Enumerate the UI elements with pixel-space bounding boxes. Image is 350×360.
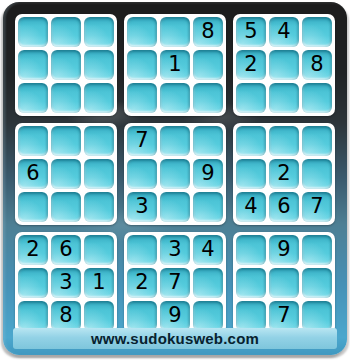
cell-r9c1[interactable] [18, 301, 48, 331]
cell-r7c8[interactable]: 9 [269, 235, 299, 265]
cell-r2c3[interactable] [84, 50, 114, 80]
cell-r3c5[interactable] [160, 83, 190, 113]
cell-digit: 2 [26, 239, 39, 260]
footer-band: www.sudokusweb.com [13, 328, 337, 349]
cell-r9c8[interactable]: 7 [269, 301, 299, 331]
cell-r1c5[interactable] [160, 17, 190, 47]
block-r1c1 [15, 14, 117, 116]
block-r2c3: 2467 [233, 123, 335, 225]
cell-digit: 3 [135, 196, 148, 217]
cell-r9c7[interactable] [236, 301, 266, 331]
cell-digit: 9 [201, 163, 214, 184]
cell-r1c7[interactable]: 5 [236, 17, 266, 47]
cell-r8c5[interactable]: 7 [160, 268, 190, 298]
cell-digit: 8 [201, 21, 214, 42]
cell-digit: 7 [277, 305, 290, 326]
cell-r7c1[interactable]: 2 [18, 235, 48, 265]
cell-r1c8[interactable]: 4 [269, 17, 299, 47]
cell-digit: 5 [244, 21, 257, 42]
cell-digit: 2 [135, 272, 148, 293]
cell-r8c7[interactable] [236, 268, 266, 298]
cell-r5c4[interactable] [127, 159, 157, 189]
cell-r7c6[interactable]: 4 [193, 235, 223, 265]
cell-digit: 6 [59, 239, 72, 260]
cell-r5c6[interactable]: 9 [193, 159, 223, 189]
cell-r4c4[interactable]: 7 [127, 126, 157, 156]
cell-r5c7[interactable] [236, 159, 266, 189]
block-r2c1: 6 [15, 123, 117, 225]
cell-r9c5[interactable]: 9 [160, 301, 190, 331]
cell-digit: 4 [277, 21, 290, 42]
cell-r5c1[interactable]: 6 [18, 159, 48, 189]
cell-r2c8[interactable] [269, 50, 299, 80]
cell-r3c2[interactable] [51, 83, 81, 113]
cell-r1c2[interactable] [51, 17, 81, 47]
cell-r9c3[interactable] [84, 301, 114, 331]
cell-digit: 4 [201, 239, 214, 260]
block-r2c2: 793 [124, 123, 226, 225]
cell-digit: 2 [244, 54, 257, 75]
cell-r4c9[interactable] [302, 126, 332, 156]
cell-r3c1[interactable] [18, 83, 48, 113]
cell-r7c4[interactable] [127, 235, 157, 265]
cell-r2c6[interactable] [193, 50, 223, 80]
cell-r4c2[interactable] [51, 126, 81, 156]
cell-r8c6[interactable] [193, 268, 223, 298]
cell-r2c7[interactable]: 2 [236, 50, 266, 80]
cell-r9c4[interactable] [127, 301, 157, 331]
cell-digit: 6 [277, 196, 290, 217]
cell-r6c3[interactable] [84, 192, 114, 222]
cell-r2c1[interactable] [18, 50, 48, 80]
cell-r5c3[interactable] [84, 159, 114, 189]
block-r3c1: 26318 [15, 232, 117, 334]
cell-r5c8[interactable]: 2 [269, 159, 299, 189]
cell-digit: 4 [244, 196, 257, 217]
cell-r4c3[interactable] [84, 126, 114, 156]
cell-r9c2[interactable]: 8 [51, 301, 81, 331]
cell-digit: 1 [168, 54, 181, 75]
block-r3c3: 97 [233, 232, 335, 334]
cell-r4c6[interactable] [193, 126, 223, 156]
cell-r6c1[interactable] [18, 192, 48, 222]
block-r1c3: 5428 [233, 14, 335, 116]
cell-r7c5[interactable]: 3 [160, 235, 190, 265]
cell-r3c7[interactable] [236, 83, 266, 113]
cell-r6c4[interactable]: 3 [127, 192, 157, 222]
cell-digit: 1 [92, 272, 105, 293]
cell-digit: 8 [59, 305, 72, 326]
cell-digit: 2 [277, 163, 290, 184]
cell-digit: 7 [168, 272, 181, 293]
cell-r3c3[interactable] [84, 83, 114, 113]
cell-digit: 7 [135, 130, 148, 151]
cell-r8c2[interactable]: 3 [51, 268, 81, 298]
cell-r6c2[interactable] [51, 192, 81, 222]
cell-r4c1[interactable] [18, 126, 48, 156]
cell-r5c2[interactable] [51, 159, 81, 189]
cell-r7c9[interactable] [302, 235, 332, 265]
sudoku-board-plaque: 81542867932467263183427997 www.sudokuswe… [3, 2, 347, 355]
site-url[interactable]: www.sudokusweb.com [91, 330, 259, 347]
cell-digit: 3 [59, 272, 72, 293]
cell-r6c9[interactable]: 7 [302, 192, 332, 222]
block-r3c2: 34279 [124, 232, 226, 334]
cell-r9c6[interactable] [193, 301, 223, 331]
cell-r8c8[interactable] [269, 268, 299, 298]
cell-r6c6[interactable] [193, 192, 223, 222]
cell-r8c3[interactable]: 1 [84, 268, 114, 298]
cell-r4c8[interactable] [269, 126, 299, 156]
cell-digit: 3 [168, 239, 181, 260]
cell-digit: 6 [26, 163, 39, 184]
cell-r1c3[interactable] [84, 17, 114, 47]
block-r1c2: 81 [124, 14, 226, 116]
cell-digit: 7 [310, 196, 323, 217]
cell-r1c9[interactable] [302, 17, 332, 47]
cell-digit: 8 [310, 54, 323, 75]
cell-r2c4[interactable] [127, 50, 157, 80]
cell-r6c8[interactable]: 6 [269, 192, 299, 222]
cell-r5c5[interactable] [160, 159, 190, 189]
cell-r1c1[interactable] [18, 17, 48, 47]
cell-r3c9[interactable] [302, 83, 332, 113]
page: 81542867932467263183427997 www.sudokuswe… [0, 0, 350, 360]
cell-r3c4[interactable] [127, 83, 157, 113]
cell-r7c3[interactable] [84, 235, 114, 265]
cell-r4c7[interactable] [236, 126, 266, 156]
sudoku-grid: 81542867932467263183427997 [15, 14, 335, 334]
cell-r3c8[interactable] [269, 83, 299, 113]
cell-r8c1[interactable] [18, 268, 48, 298]
cell-r9c9[interactable] [302, 301, 332, 331]
cell-digit: 9 [168, 305, 181, 326]
cell-r7c7[interactable] [236, 235, 266, 265]
cell-r7c2[interactable]: 6 [51, 235, 81, 265]
cell-r3c6[interactable] [193, 83, 223, 113]
cell-r2c9[interactable]: 8 [302, 50, 332, 80]
cell-digit: 9 [277, 239, 290, 260]
cell-r8c4[interactable]: 2 [127, 268, 157, 298]
cell-r8c9[interactable] [302, 268, 332, 298]
cell-r5c9[interactable] [302, 159, 332, 189]
cell-r4c5[interactable] [160, 126, 190, 156]
cell-r6c7[interactable]: 4 [236, 192, 266, 222]
cell-r1c4[interactable] [127, 17, 157, 47]
cell-r1c6[interactable]: 8 [193, 17, 223, 47]
cell-r2c5[interactable]: 1 [160, 50, 190, 80]
cell-r2c2[interactable] [51, 50, 81, 80]
cell-r6c5[interactable] [160, 192, 190, 222]
